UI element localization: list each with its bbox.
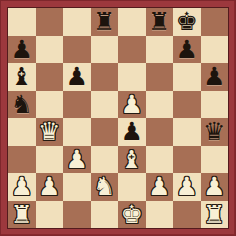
white-pawn[interactable]: ♟	[11, 173, 33, 201]
square-a5[interactable]: ♞	[8, 91, 36, 119]
square-a4[interactable]	[8, 118, 36, 146]
black-pawn[interactable]: ♟	[121, 118, 143, 146]
square-a7[interactable]: ♟	[8, 36, 36, 64]
square-b7[interactable]	[36, 36, 64, 64]
square-e5[interactable]: ♟	[118, 91, 146, 119]
chess-board: ♜♜♚♟♟♝♟♟♞♟♛♟♛♟♝♟♟♞♟♟♟♜♚♜	[8, 8, 228, 228]
black-rook[interactable]: ♜	[148, 8, 170, 36]
black-pawn[interactable]: ♟	[203, 63, 225, 91]
square-e8[interactable]	[118, 8, 146, 36]
square-h1[interactable]: ♜	[201, 201, 229, 229]
square-d7[interactable]	[91, 36, 119, 64]
square-a6[interactable]: ♝	[8, 63, 36, 91]
square-e1[interactable]: ♚	[118, 201, 146, 229]
black-knight[interactable]: ♞	[11, 91, 33, 119]
square-a1[interactable]: ♜	[8, 201, 36, 229]
square-h8[interactable]	[201, 8, 229, 36]
black-pawn[interactable]: ♟	[176, 36, 198, 64]
white-queen[interactable]: ♛	[38, 118, 60, 146]
black-pawn[interactable]: ♟	[66, 63, 88, 91]
square-h2[interactable]: ♟	[201, 173, 229, 201]
square-f3[interactable]	[146, 146, 174, 174]
square-g2[interactable]: ♟	[173, 173, 201, 201]
square-d8[interactable]: ♜	[91, 8, 119, 36]
square-a3[interactable]	[8, 146, 36, 174]
square-c7[interactable]	[63, 36, 91, 64]
square-c5[interactable]	[63, 91, 91, 119]
square-c6[interactable]: ♟	[63, 63, 91, 91]
square-h7[interactable]	[201, 36, 229, 64]
square-d3[interactable]	[91, 146, 119, 174]
square-a8[interactable]	[8, 8, 36, 36]
white-pawn[interactable]: ♟	[38, 173, 60, 201]
white-pawn[interactable]: ♟	[66, 146, 88, 174]
white-knight[interactable]: ♞	[93, 173, 115, 201]
square-e3[interactable]: ♝	[118, 146, 146, 174]
square-f6[interactable]	[146, 63, 174, 91]
square-b5[interactable]	[36, 91, 64, 119]
square-e6[interactable]	[118, 63, 146, 91]
square-f1[interactable]	[146, 201, 174, 229]
square-b3[interactable]	[36, 146, 64, 174]
square-c2[interactable]	[63, 173, 91, 201]
square-d6[interactable]	[91, 63, 119, 91]
black-pawn[interactable]: ♟	[11, 36, 33, 64]
square-g3[interactable]	[173, 146, 201, 174]
white-pawn[interactable]: ♟	[121, 91, 143, 119]
square-b8[interactable]	[36, 8, 64, 36]
square-e4[interactable]: ♟	[118, 118, 146, 146]
square-f5[interactable]	[146, 91, 174, 119]
white-pawn[interactable]: ♟	[203, 173, 225, 201]
square-b2[interactable]: ♟	[36, 173, 64, 201]
square-c4[interactable]	[63, 118, 91, 146]
square-h4[interactable]: ♛	[201, 118, 229, 146]
white-pawn[interactable]: ♟	[148, 173, 170, 201]
board-frame: ♜♜♚♟♟♝♟♟♞♟♛♟♛♟♝♟♟♞♟♟♟♜♚♜	[0, 0, 236, 236]
square-c3[interactable]: ♟	[63, 146, 91, 174]
square-f2[interactable]: ♟	[146, 173, 174, 201]
square-f4[interactable]	[146, 118, 174, 146]
square-h5[interactable]	[201, 91, 229, 119]
square-g7[interactable]: ♟	[173, 36, 201, 64]
square-d1[interactable]	[91, 201, 119, 229]
square-f7[interactable]	[146, 36, 174, 64]
square-g5[interactable]	[173, 91, 201, 119]
square-a2[interactable]: ♟	[8, 173, 36, 201]
square-c8[interactable]	[63, 8, 91, 36]
white-pawn[interactable]: ♟	[176, 173, 198, 201]
white-bishop[interactable]: ♝	[121, 146, 143, 174]
square-b6[interactable]	[36, 63, 64, 91]
square-c1[interactable]	[63, 201, 91, 229]
square-h6[interactable]: ♟	[201, 63, 229, 91]
square-b4[interactable]: ♛	[36, 118, 64, 146]
white-rook[interactable]: ♜	[11, 201, 33, 229]
square-e7[interactable]	[118, 36, 146, 64]
square-g6[interactable]	[173, 63, 201, 91]
square-d4[interactable]	[91, 118, 119, 146]
white-rook[interactable]: ♜	[203, 201, 225, 229]
square-d5[interactable]	[91, 91, 119, 119]
black-bishop[interactable]: ♝	[11, 63, 33, 91]
black-queen[interactable]: ♛	[203, 118, 225, 146]
black-king[interactable]: ♚	[176, 8, 198, 36]
square-g8[interactable]: ♚	[173, 8, 201, 36]
black-rook[interactable]: ♜	[93, 8, 115, 36]
square-e2[interactable]	[118, 173, 146, 201]
square-g4[interactable]	[173, 118, 201, 146]
white-king[interactable]: ♚	[121, 201, 143, 229]
square-f8[interactable]: ♜	[146, 8, 174, 36]
square-g1[interactable]	[173, 201, 201, 229]
square-d2[interactable]: ♞	[91, 173, 119, 201]
square-b1[interactable]	[36, 201, 64, 229]
square-h3[interactable]	[201, 146, 229, 174]
